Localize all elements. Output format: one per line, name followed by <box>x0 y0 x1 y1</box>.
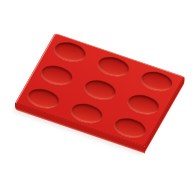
recess-hole <box>67 100 106 126</box>
product-photo-stage <box>0 0 194 194</box>
recess-hole <box>111 115 150 141</box>
game-board <box>15 33 185 147</box>
recess-hole <box>24 86 63 112</box>
